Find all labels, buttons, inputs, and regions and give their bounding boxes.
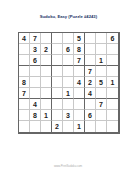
cell-r2c6[interactable]: 8: [74, 44, 85, 55]
cell-r6c7[interactable]: 4: [85, 88, 96, 99]
cell-r7c7[interactable]: [85, 99, 96, 110]
cell-r1c6[interactable]: 5: [74, 33, 85, 44]
cell-r2c1[interactable]: [19, 44, 30, 55]
cell-r6c9[interactable]: [107, 88, 118, 99]
cell-r4c6[interactable]: [74, 66, 85, 77]
cell-r6c5[interactable]: 1: [63, 88, 74, 99]
cell-r4c3[interactable]: [41, 66, 52, 77]
cell-r3c6[interactable]: 7: [74, 55, 85, 66]
cell-r2c5[interactable]: 6: [63, 44, 74, 55]
cell-r1c4[interactable]: [52, 33, 63, 44]
cell-r3c2[interactable]: 6: [30, 55, 41, 66]
cell-r9c1[interactable]: [19, 121, 30, 132]
cell-r6c2[interactable]: [30, 88, 41, 99]
cell-r5c4[interactable]: [52, 77, 63, 88]
cell-r3c9[interactable]: [107, 55, 118, 66]
sudoku-board: 4756326867178425171447813621: [18, 32, 120, 134]
cell-r4c5[interactable]: [63, 66, 74, 77]
cell-r7c8[interactable]: 7: [96, 99, 107, 110]
cell-r3c5[interactable]: [63, 55, 74, 66]
cell-r7c5[interactable]: [63, 99, 74, 110]
cell-r3c8[interactable]: 1: [96, 55, 107, 66]
cell-r5c6[interactable]: 4: [74, 77, 85, 88]
cell-r6c6[interactable]: [74, 88, 85, 99]
cell-r8c9[interactable]: [107, 110, 118, 121]
cell-r4c8[interactable]: [96, 66, 107, 77]
cell-r9c4[interactable]: 2: [52, 121, 63, 132]
cell-r2c9[interactable]: [107, 44, 118, 55]
cell-r9c3[interactable]: [41, 121, 52, 132]
cell-r5c8[interactable]: 5: [96, 77, 107, 88]
cell-r1c1[interactable]: 4: [19, 33, 30, 44]
cell-r9c8[interactable]: [96, 121, 107, 132]
cell-r7c1[interactable]: [19, 99, 30, 110]
cell-r4c1[interactable]: [19, 66, 30, 77]
cell-r2c7[interactable]: [85, 44, 96, 55]
cell-r6c1[interactable]: 7: [19, 88, 30, 99]
cell-r7c9[interactable]: [107, 99, 118, 110]
cell-r1c2[interactable]: 7: [30, 33, 41, 44]
cell-r1c7[interactable]: [85, 33, 96, 44]
cell-r6c3[interactable]: [41, 88, 52, 99]
cell-r9c5[interactable]: [63, 121, 74, 132]
cell-r2c4[interactable]: [52, 44, 63, 55]
cell-r5c9[interactable]: 1: [107, 77, 118, 88]
cell-r6c8[interactable]: [96, 88, 107, 99]
cell-r9c6[interactable]: 1: [74, 121, 85, 132]
cell-r1c5[interactable]: [63, 33, 74, 44]
cell-r7c4[interactable]: [52, 99, 63, 110]
cell-r4c7[interactable]: 7: [85, 66, 96, 77]
cell-r2c3[interactable]: 2: [41, 44, 52, 55]
cell-r2c2[interactable]: 3: [30, 44, 41, 55]
cell-r6c4[interactable]: [52, 88, 63, 99]
cell-r1c3[interactable]: [41, 33, 52, 44]
cell-r3c7[interactable]: [85, 55, 96, 66]
page-title: Sudoku, Easy (Puzzle #4243): [0, 12, 136, 21]
cell-r4c2[interactable]: [30, 66, 41, 77]
cell-r5c3[interactable]: [41, 77, 52, 88]
cell-r1c8[interactable]: [96, 33, 107, 44]
cell-r5c2[interactable]: [30, 77, 41, 88]
sudoku-page: Sudoku, Easy (Puzzle #4243) 475632686717…: [0, 0, 136, 176]
cell-r8c8[interactable]: [96, 110, 107, 121]
cell-r4c4[interactable]: [52, 66, 63, 77]
footer: www.PrintSudoku.com: [0, 162, 136, 170]
cell-r1c9[interactable]: 6: [107, 33, 118, 44]
cell-r7c2[interactable]: 4: [30, 99, 41, 110]
cell-r8c6[interactable]: [74, 110, 85, 121]
cell-r7c3[interactable]: [41, 99, 52, 110]
cell-r9c7[interactable]: [85, 121, 96, 132]
cell-r5c1[interactable]: 8: [19, 77, 30, 88]
cell-r9c2[interactable]: [30, 121, 41, 132]
cell-r5c7[interactable]: 2: [85, 77, 96, 88]
cell-r5c5[interactable]: [63, 77, 74, 88]
page-title-text: Sudoku, Easy (Puzzle #4243): [39, 14, 96, 19]
cell-r9c9[interactable]: [107, 121, 118, 132]
footer-url: www.PrintSudoku.com: [54, 164, 82, 167]
cell-r3c1[interactable]: [19, 55, 30, 66]
cell-r8c2[interactable]: 8: [30, 110, 41, 121]
cell-r3c3[interactable]: [41, 55, 52, 66]
cell-r8c1[interactable]: [19, 110, 30, 121]
cell-r8c7[interactable]: 6: [85, 110, 96, 121]
cell-r8c3[interactable]: 1: [41, 110, 52, 121]
cell-r4c9[interactable]: [107, 66, 118, 77]
cell-r8c4[interactable]: [52, 110, 63, 121]
cell-r7c6[interactable]: [74, 99, 85, 110]
cell-r8c5[interactable]: 3: [63, 110, 74, 121]
cell-r2c8[interactable]: [96, 44, 107, 55]
cell-r3c4[interactable]: [52, 55, 63, 66]
